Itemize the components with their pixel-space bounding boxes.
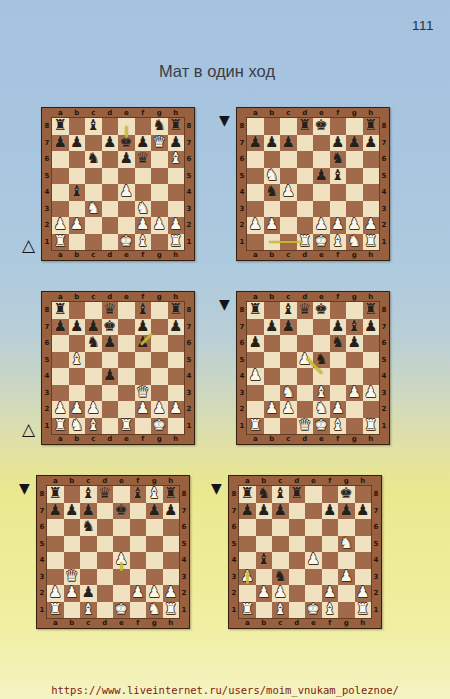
rank-label: 3: [184, 201, 194, 218]
file-label: g: [346, 250, 363, 260]
square-c5: [272, 536, 289, 553]
square-g7: ♟: [146, 503, 163, 520]
black-pawn-c7: ♟: [274, 503, 287, 518]
square-a1: ♜: [52, 234, 69, 251]
square-a6: [52, 335, 69, 352]
white-pawn-b2: ♟: [265, 217, 278, 232]
rank-label: 5: [42, 168, 52, 185]
black-rook-h8: ♜: [364, 118, 377, 133]
white-rook-a1: ♜: [49, 602, 62, 617]
file-label: g: [146, 618, 163, 628]
square-e6: [305, 519, 322, 536]
rank-label: 2: [237, 217, 247, 234]
white-rook-h1: ♜: [364, 234, 377, 249]
rank-label: 5: [371, 536, 381, 553]
rank-label: 8: [237, 302, 247, 319]
square-b7: ♟: [264, 135, 281, 152]
square-c5: [80, 536, 97, 553]
file-label: d: [289, 618, 306, 628]
white-knight-e2: ♞: [315, 401, 328, 416]
white-king-e1: ♚: [315, 418, 328, 433]
file-label: f: [330, 108, 347, 118]
square-e7: ♚: [113, 503, 130, 520]
rank-label: 6: [371, 519, 381, 536]
black-pawn-g7: ♟: [148, 503, 161, 518]
square-h7: ♟: [163, 503, 180, 520]
square-g5: [151, 352, 168, 369]
white-pawn-g2: ♟: [348, 217, 361, 232]
chessboard-2: abcdefgh8♜♚♜87♟♟♟♟♟♟76♞65♞♟♝54♞♟4332♟♟♟♟…: [236, 107, 390, 261]
square-a5: [47, 536, 64, 553]
white-king-g1: ♚: [153, 418, 166, 433]
black-to-move-marker: ▼: [211, 480, 222, 496]
square-c1: ♝: [85, 418, 102, 435]
black-bishop-c8: ♝: [87, 118, 100, 133]
square-d3: [297, 385, 314, 402]
rank-label: 1: [184, 234, 194, 251]
file-label: d: [297, 434, 314, 444]
square-g5: [146, 536, 163, 553]
black-to-move-marker: ▼: [19, 480, 30, 496]
square-b2: ♟: [64, 585, 81, 602]
square-a4: [47, 552, 64, 569]
square-a6: [247, 151, 264, 168]
square-f4: [330, 184, 347, 201]
yellow-pen-mark: [120, 562, 123, 571]
board-corner: [42, 108, 52, 118]
black-bishop-c8: ♝: [82, 486, 95, 501]
square-g1: ♚: [151, 418, 168, 435]
square-d7: [97, 503, 114, 520]
square-b5: [64, 536, 81, 553]
square-d4: [97, 552, 114, 569]
square-d7: ♟: [102, 135, 119, 152]
square-e5: [118, 352, 135, 369]
square-f4: [130, 552, 147, 569]
square-a7: ♟: [52, 135, 69, 152]
square-g1: ♞: [146, 602, 163, 619]
square-b6: [69, 151, 86, 168]
file-label: c: [85, 434, 102, 444]
black-pawn-g7: ♟: [340, 503, 353, 518]
square-f6: ♛: [135, 151, 152, 168]
white-pawn-c2: ♟: [87, 401, 100, 416]
rank-label: 4: [229, 552, 239, 569]
file-label: f: [330, 250, 347, 260]
square-c1: [280, 418, 297, 435]
file-label: b: [256, 618, 273, 628]
square-e3: [118, 201, 135, 218]
black-pawn-a7: ♟: [49, 503, 62, 518]
black-knight-c6: ♞: [87, 151, 100, 166]
square-g8: [151, 302, 168, 319]
chessboard-1: abcdefgh8♜♝♞♜87♟♟♟♚♟♛♟76♞♟♛♝6554♝♟43♞♞32…: [41, 107, 195, 261]
square-d2: [289, 585, 306, 602]
square-g5: [346, 352, 363, 369]
file-label: e: [118, 434, 135, 444]
square-c5: [280, 352, 297, 369]
white-knight-b5: ♞: [265, 168, 278, 183]
black-pawn-c7: ♟: [87, 319, 100, 334]
square-c1: [85, 234, 102, 251]
square-g3: ♟: [346, 385, 363, 402]
file-label: a: [47, 618, 64, 628]
file-label: a: [52, 434, 69, 444]
black-rook-h8: ♜: [164, 486, 177, 501]
square-e1: ♚: [118, 234, 135, 251]
rank-label: 6: [237, 151, 247, 168]
black-pawn-b7: ♟: [257, 503, 270, 518]
square-g7: ♛: [151, 135, 168, 152]
board-corner: [379, 250, 389, 260]
black-bishop-f8: ♝: [131, 486, 144, 501]
black-king-d7: ♚: [103, 319, 116, 334]
black-pawn-c7: ♟: [282, 319, 295, 334]
chessboard-3: abcdefgh8♜♛♝♜87♟♟♟♚♟♟76♞♟♟65♝54♟43♛32♟♟♟…: [41, 291, 195, 445]
rank-label: 8: [184, 118, 194, 135]
square-h6: [163, 519, 180, 536]
square-g2: [346, 401, 363, 418]
square-e8: ♚: [313, 118, 330, 135]
square-a4: [247, 184, 264, 201]
white-bishop-h6: ♝: [169, 151, 182, 166]
square-d1: [97, 602, 114, 619]
white-pawn-g3: ♟: [348, 385, 361, 400]
rank-label: 6: [37, 519, 47, 536]
white-queen-d1: ♛: [298, 418, 311, 433]
square-a3: [247, 385, 264, 402]
white-pawn-b2: ♟: [257, 585, 270, 600]
file-label: e: [118, 108, 135, 118]
square-h7: ♟: [168, 319, 185, 336]
rank-label: 8: [184, 302, 194, 319]
square-h7: ♟: [355, 503, 372, 520]
black-knight-e5: ♞: [315, 352, 328, 367]
black-pawn-d4: ♟: [103, 368, 116, 383]
file-label: e: [113, 476, 130, 486]
square-g1: [338, 602, 355, 619]
white-pawn-h3: ♟: [364, 385, 377, 400]
white-pawn-e4: ♟: [120, 184, 133, 199]
square-a6: [47, 519, 64, 536]
black-bishop-b4: ♝: [257, 552, 270, 567]
rank-label: 4: [184, 368, 194, 385]
board-corner: [379, 292, 389, 302]
diagram-slot-1: △abcdefgh8♜♝♞♜87♟♟♟♚♟♛♟76♞♟♛♝6554♝♟43♞♞3…: [41, 107, 195, 261]
square-g4: [346, 184, 363, 201]
rank-label: 2: [237, 401, 247, 418]
square-h4: [168, 184, 185, 201]
page-title: Мат в один ход: [0, 62, 442, 81]
black-pawn-b7: ♟: [65, 503, 78, 518]
square-b7: ♟: [256, 503, 273, 520]
rank-label: 3: [37, 569, 47, 586]
square-e4: ♟: [305, 552, 322, 569]
white-pawn-g2: ♟: [153, 401, 166, 416]
file-label: a: [52, 250, 69, 260]
square-d1: ♛: [297, 418, 314, 435]
square-b4: [264, 368, 281, 385]
white-knight-b1: ♞: [70, 418, 83, 433]
square-f1: ♝: [330, 234, 347, 251]
white-queen-b3: ♛: [65, 569, 78, 584]
rank-label: 7: [229, 503, 239, 520]
square-g4: [151, 368, 168, 385]
black-pawn-f7: ♟: [323, 503, 336, 518]
square-d7: [289, 503, 306, 520]
square-e6: ♟: [118, 151, 135, 168]
square-c7: ♟: [272, 503, 289, 520]
white-bishop-b5: ♝: [70, 352, 83, 367]
square-c1: ♝: [80, 602, 97, 619]
rank-label: 8: [237, 118, 247, 135]
square-f1: [135, 418, 152, 435]
square-g3: ♟: [338, 569, 355, 586]
square-d6: [297, 151, 314, 168]
black-pawn-g7: ♟: [348, 135, 361, 150]
rank-label: 5: [37, 536, 47, 553]
rank-label: 3: [379, 201, 389, 218]
white-pawn-h2: ♟: [356, 585, 369, 600]
board-corner: [229, 618, 239, 628]
white-bishop-e3: ♝: [315, 385, 328, 400]
file-label: b: [69, 250, 86, 260]
rank-label: 7: [37, 503, 47, 520]
black-pawn-e5: ♟: [315, 168, 328, 183]
rank-label: 2: [42, 217, 52, 234]
file-label: h: [163, 618, 180, 628]
white-rook-h1: ♜: [356, 602, 369, 617]
rank-label: 8: [37, 486, 47, 503]
square-g6: [151, 335, 168, 352]
square-c8: ♝: [85, 118, 102, 135]
rank-label: 1: [371, 602, 381, 619]
rank-label: 6: [179, 519, 189, 536]
file-label: a: [239, 618, 256, 628]
square-c6: ♞: [85, 151, 102, 168]
square-e1: ♚: [113, 602, 130, 619]
square-a1: ♜: [52, 418, 69, 435]
square-b5: [264, 352, 281, 369]
file-label: d: [102, 250, 119, 260]
white-rook-a1: ♜: [241, 602, 254, 617]
white-pawn-c4: ♟: [282, 184, 295, 199]
file-label: d: [97, 618, 114, 628]
square-a4: [52, 368, 69, 385]
rank-label: 7: [42, 135, 52, 152]
rank-label: 8: [42, 302, 52, 319]
white-pawn-f2: ♟: [331, 217, 344, 232]
white-rook-h1: ♜: [169, 234, 182, 249]
rank-label: 7: [184, 135, 194, 152]
board-corner: [229, 476, 239, 486]
white-pawn-b2: ♟: [70, 217, 83, 232]
board-corner: [371, 476, 381, 486]
rank-label: 4: [179, 552, 189, 569]
square-d5: [97, 536, 114, 553]
square-d8: ♛: [97, 486, 114, 503]
square-e4: [118, 368, 135, 385]
square-g6: [151, 151, 168, 168]
file-label: g: [338, 618, 355, 628]
file-label: f: [135, 108, 152, 118]
black-pawn-a7: ♟: [249, 135, 262, 150]
rank-label: 2: [379, 217, 389, 234]
file-label: d: [297, 250, 314, 260]
square-f1: [130, 602, 147, 619]
black-pawn-h7: ♟: [164, 503, 177, 518]
square-g5: ♞: [338, 536, 355, 553]
black-bishop-g7: ♝: [348, 319, 361, 334]
square-b1: [69, 234, 86, 251]
rank-label: 7: [371, 503, 381, 520]
square-g6: ♟: [346, 335, 363, 352]
diagram-slot-4: ▼abcdefgh8♜♝♛♚♜87♟♟♟♝♟76♟♞♟65♟♞54♟43♞♝♟♟…: [236, 291, 390, 445]
black-bishop-f5: ♝: [331, 168, 344, 183]
rank-label: 1: [37, 602, 47, 619]
white-pawn-h2: ♟: [169, 217, 182, 232]
diagram-slot-3: △abcdefgh8♜♛♝♜87♟♟♟♚♟♟76♞♟♟65♝54♟43♛32♟♟…: [41, 291, 195, 445]
square-e3: [305, 569, 322, 586]
square-d3: [297, 201, 314, 218]
square-a5: [239, 536, 256, 553]
square-e3: [113, 569, 130, 586]
rank-label: 6: [42, 151, 52, 168]
square-e4: [313, 184, 330, 201]
rank-label: 3: [237, 385, 247, 402]
white-pawn-h2: ♟: [169, 401, 182, 416]
square-a7: ♟: [52, 319, 69, 336]
white-rook-h1: ♜: [364, 418, 377, 433]
square-e8: [118, 302, 135, 319]
file-label: c: [280, 434, 297, 444]
chessboard-6: abcdefgh8♜♞♝♜♚87♟♟♟♟♟♟7665♞54♝♟43♟♞♟32♟♟…: [228, 475, 382, 629]
square-g1: [346, 418, 363, 435]
square-d3: [97, 569, 114, 586]
rank-label: 4: [379, 368, 389, 385]
square-g7: ♟: [338, 503, 355, 520]
black-rook-a8: ♜: [54, 302, 67, 317]
rank-label: 5: [229, 536, 239, 553]
square-f6: [322, 519, 339, 536]
square-d3: [289, 569, 306, 586]
square-a5: [247, 168, 264, 185]
white-rook-a1: ♜: [54, 418, 67, 433]
white-pawn-c2: ♟: [282, 401, 295, 416]
file-label: a: [247, 108, 264, 118]
black-pawn-a7: ♟: [54, 319, 67, 334]
square-f7: [130, 503, 147, 520]
square-g6: [346, 151, 363, 168]
square-d6: [97, 519, 114, 536]
file-label: e: [118, 250, 135, 260]
white-rook-e1: ♜: [120, 418, 133, 433]
black-pawn-h7: ♟: [356, 503, 369, 518]
white-knight-f3: ♞: [136, 201, 149, 216]
rank-label: 5: [237, 352, 247, 369]
square-d7: [297, 135, 314, 152]
square-d1: [102, 234, 119, 251]
square-c7: ♟: [280, 319, 297, 336]
file-label: e: [313, 250, 330, 260]
rank-label: 6: [237, 335, 247, 352]
rank-label: 6: [379, 335, 389, 352]
white-bishop-c1: ♝: [274, 602, 287, 617]
rank-label: 6: [184, 151, 194, 168]
square-a1: ♜: [247, 418, 264, 435]
rank-label: 2: [179, 585, 189, 602]
square-b2: ♟: [264, 401, 281, 418]
square-h7: ♟: [363, 319, 380, 336]
rank-label: 2: [379, 401, 389, 418]
square-a2: ♟: [247, 217, 264, 234]
square-b6: [64, 519, 81, 536]
white-bishop-g8: ♝: [148, 486, 161, 501]
square-h6: [363, 335, 380, 352]
black-pawn-d6: ♟: [103, 335, 116, 350]
square-h4: [168, 368, 185, 385]
board-corner: [379, 434, 389, 444]
square-c6: [280, 151, 297, 168]
black-king-e7: ♚: [115, 503, 128, 518]
square-d1: [102, 418, 119, 435]
rank-label: 2: [229, 585, 239, 602]
black-to-move-marker: ▼: [219, 112, 230, 128]
square-h1: ♜: [363, 418, 380, 435]
black-pawn-b7: ♟: [70, 135, 83, 150]
black-pawn-e6: ♟: [120, 151, 133, 166]
black-rook-d8: ♜: [298, 118, 311, 133]
square-a8: ♜: [247, 302, 264, 319]
square-b6: [256, 519, 273, 536]
black-pawn-f7: ♟: [136, 135, 149, 150]
black-pawn-f7: ♟: [331, 319, 344, 334]
rank-label: 1: [42, 234, 52, 251]
file-label: c: [85, 250, 102, 260]
rank-label: 8: [371, 486, 381, 503]
white-to-move-marker: △: [22, 419, 35, 439]
black-knight-b8: ♞: [257, 486, 270, 501]
white-pawn-c2: ♟: [274, 585, 287, 600]
square-b1: [64, 602, 81, 619]
square-g1: [151, 234, 168, 251]
square-g6: [146, 519, 163, 536]
square-g1: ♞: [346, 234, 363, 251]
rank-label: 7: [184, 319, 194, 336]
rank-label: 5: [237, 168, 247, 185]
white-bishop-c1: ♝: [82, 602, 95, 617]
square-b2: ♟: [264, 217, 281, 234]
yellow-pen-mark: [125, 126, 128, 138]
file-label: g: [346, 434, 363, 444]
file-label: f: [322, 476, 339, 486]
file-label: a: [247, 434, 264, 444]
square-f4: [322, 552, 339, 569]
book-page: { "game": "chess", "page": { "number": "…: [0, 0, 450, 699]
square-h4: [355, 552, 372, 569]
rank-label: 4: [237, 184, 247, 201]
rank-label: 8: [42, 118, 52, 135]
square-h2: ♟: [168, 401, 185, 418]
white-pawn-g3: ♟: [340, 569, 353, 584]
file-label: a: [247, 250, 264, 260]
square-a6: ♟: [247, 335, 264, 352]
black-rook-a8: ♜: [241, 486, 254, 501]
square-h5: [163, 536, 180, 553]
black-pawn-h7: ♟: [364, 319, 377, 334]
square-f5: [130, 536, 147, 553]
file-label: g: [151, 434, 168, 444]
